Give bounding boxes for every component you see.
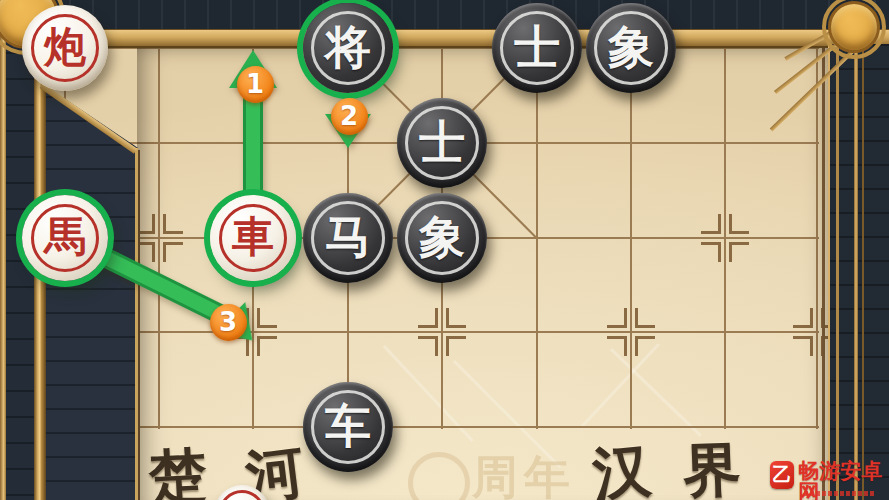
piece-black-advisor-b[interactable]: 士 [397,98,487,188]
piece-red-horse[interactable]: 馬 [22,195,108,281]
move-step-marker-1: 1 [237,66,274,103]
river-label-chu: 楚 [148,446,209,500]
piece-black-advisor-a[interactable]: 士 [492,3,582,93]
xiangqi-screenshot: 楚 河 汉 界 周年 炮将士象士馬車马象车 123 乙 畅游安卓网 [0,0,889,500]
piece-black-elephant-b[interactable]: 象 [397,193,487,283]
river-label-jie: 界 [682,440,742,500]
piece-black-chariot[interactable]: 车 [303,382,393,472]
frame-right-trim-2 [854,44,858,500]
grid-file-line [158,47,160,429]
piece-character: 士 [419,119,465,165]
changyou-logo-icon: 乙 [770,461,794,489]
grid-file-line [536,47,538,429]
piece-character: 馬 [44,216,86,258]
piece-character: 士 [514,24,560,70]
move-step-marker-2: 2 [331,98,368,135]
frame-right-trim-3 [862,44,864,500]
grid-file-line [816,47,818,429]
piece-character: 象 [608,24,654,70]
piece-character: 炮 [44,26,86,68]
frame-top-band [0,0,889,30]
piece-black-elephant-a[interactable]: 象 [586,3,676,93]
river-label-han: 汉 [591,441,654,500]
piece-character: 马 [325,214,371,260]
grid-file-line [724,47,726,429]
frame-gold-bar [28,29,889,48]
board-border-right [822,44,825,500]
piece-character: 車 [232,216,274,258]
piece-black-horse[interactable]: 马 [303,193,393,283]
piece-character: 将 [325,24,371,70]
piece-black-general[interactable]: 将 [303,3,393,93]
frame-right-trim-1 [836,44,839,500]
brand-watermark-subtext [804,491,876,496]
piece-red-chariot[interactable]: 車 [210,195,296,281]
piece-character: 车 [325,403,371,449]
frame-left-inner-line [138,150,140,500]
river-watermark-text: 周年 [472,447,576,500]
grid-file-line [630,47,632,429]
corner-medallion-right [828,1,880,53]
piece-red-cannon[interactable]: 炮 [22,5,108,91]
piece-character: 象 [419,214,465,260]
move-step-marker-3: 3 [210,304,247,341]
